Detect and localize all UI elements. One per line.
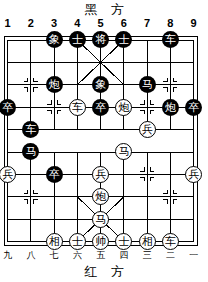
point-file9-rank4 [182,118,205,140]
piece-black-advisor[interactable]: 士 [115,31,132,48]
point-file1-rank0 [0,29,19,51]
point-file2-rank6 [19,163,42,185]
file-numeral-label: 六 [66,249,89,262]
piece-red-horse[interactable]: 马 [115,143,132,160]
point-file6-rank7 [112,186,135,208]
piece-red-king[interactable]: 帅 [92,233,109,250]
piece-red-cannon[interactable]: 炮 [115,99,132,116]
piece-black-cannon[interactable]: 炮 [162,99,179,116]
piece-red-advisor[interactable]: 士 [69,233,86,250]
point-file3-rank7 [43,186,66,208]
piece-black-horse[interactable]: 马 [22,143,39,160]
point-file9-rank5 [182,141,205,163]
piece-red-horse[interactable]: 马 [92,211,109,228]
xiangqi-board-diagram: 黑 方 123456789 象士将士车炮象马卒车卒炮炮卒车兵马马兵卒兵兵炮马相士… [0,0,208,282]
point-file4-rank8 [66,208,89,230]
point-file5-rank2: 象 [89,74,112,96]
point-file5-rank3: 卒 [89,96,112,118]
file-numeral-label: 九 [0,249,19,262]
point-file4-rank2 [66,74,89,96]
point-file8-rank4 [159,118,182,140]
point-file3-rank1 [43,51,66,73]
piece-black-king[interactable]: 将 [92,31,109,48]
file-numeral-label: 三 [136,249,159,262]
point-file4-rank0: 士 [66,29,89,51]
point-file6-rank0: 士 [112,29,135,51]
point-file2-rank1 [19,51,42,73]
point-file2-rank4: 车 [19,118,42,140]
point-file2-rank7 [19,186,42,208]
point-file9-rank7 [182,186,205,208]
file-numbers-bottom: 九八七六五四三二一 [0,249,205,262]
file-numeral-label: 二 [159,249,182,262]
piece-black-elephant[interactable]: 象 [92,76,109,93]
piece-red-pawn[interactable]: 兵 [0,166,16,183]
point-file1-rank4 [0,118,19,140]
point-file3-rank2: 炮 [43,74,66,96]
point-file9-rank8 [182,208,205,230]
piece-black-chariot[interactable]: 车 [22,121,39,138]
board-grid: 象士将士车炮象马卒车卒炮炮卒车兵马马兵卒兵兵炮马相士帅士相车 [0,29,205,253]
point-file5-rank0: 将 [89,29,112,51]
point-file8-rank7 [159,186,182,208]
piece-black-pawn[interactable]: 卒 [0,99,16,116]
point-file4-rank5 [66,141,89,163]
point-file6-rank8 [112,208,135,230]
file-numeral-label: 八 [19,249,42,262]
piece-red-chariot[interactable]: 车 [162,233,179,250]
piece-red-chariot[interactable]: 车 [69,99,86,116]
point-file7-rank7 [136,186,159,208]
piece-red-pawn[interactable]: 兵 [139,121,156,138]
point-file6-rank4 [112,118,135,140]
point-file6-rank3: 炮 [112,96,135,118]
point-file9-rank2 [182,74,205,96]
point-file8-rank6 [159,163,182,185]
point-file9-rank3: 卒 [182,96,205,118]
point-file2-rank2 [19,74,42,96]
point-file2-rank8 [19,208,42,230]
point-file9-rank6: 兵 [182,163,205,185]
point-file8-rank1 [159,51,182,73]
piece-black-pawn[interactable]: 卒 [185,99,202,116]
point-file7-rank8 [136,208,159,230]
piece-black-elephant[interactable]: 象 [46,31,63,48]
point-file3-rank4 [43,118,66,140]
point-file7-rank2: 马 [136,74,159,96]
point-file7-rank1 [136,51,159,73]
point-file3-rank8 [43,208,66,230]
piece-black-chariot[interactable]: 车 [162,31,179,48]
point-file2-rank0 [19,29,42,51]
point-file6-rank6 [112,163,135,185]
red-side-label: 红 方 [0,263,208,281]
point-file4-rank7 [66,186,89,208]
point-file7-rank0 [136,29,159,51]
file-numeral-label: 五 [89,249,112,262]
point-file2-rank3 [19,96,42,118]
file-numeral-label: 七 [43,249,66,262]
piece-red-advisor[interactable]: 士 [115,233,132,250]
point-file7-rank6 [136,163,159,185]
point-file5-rank4 [89,118,112,140]
point-file4-rank3: 车 [66,96,89,118]
piece-black-horse[interactable]: 马 [139,76,156,93]
point-file1-rank3: 卒 [0,96,19,118]
point-file1-rank5 [0,141,19,163]
point-file2-rank5: 马 [19,141,42,163]
point-file8-rank3: 炮 [159,96,182,118]
point-file6-rank2 [112,74,135,96]
point-file6-rank1 [112,51,135,73]
piece-red-pawn[interactable]: 兵 [92,166,109,183]
point-file6-rank5: 马 [112,141,135,163]
point-file5-rank7: 炮 [89,186,112,208]
point-file3-rank5 [43,141,66,163]
piece-black-pawn[interactable]: 卒 [92,99,109,116]
point-file4-rank6 [66,163,89,185]
point-file5-rank8: 马 [89,208,112,230]
point-file5-rank5 [89,141,112,163]
point-file1-rank2 [0,74,19,96]
file-numeral-label: 一 [182,249,205,262]
piece-red-elephant[interactable]: 相 [46,233,63,250]
point-file3-rank0: 象 [43,29,66,51]
point-file8-rank8 [159,208,182,230]
point-file7-rank3 [136,96,159,118]
file-numeral-label: 四 [112,249,135,262]
piece-black-pawn[interactable]: 卒 [46,166,63,183]
point-file7-rank5 [136,141,159,163]
point-file9-rank0 [182,29,205,51]
point-file5-rank6: 兵 [89,163,112,185]
point-file8-rank2 [159,74,182,96]
point-file4-rank4 [66,118,89,140]
piece-red-pawn[interactable]: 兵 [185,166,202,183]
point-file3-rank6: 卒 [43,163,66,185]
point-file1-rank8 [0,208,19,230]
point-file4-rank1 [66,51,89,73]
piece-red-elephant[interactable]: 相 [139,233,156,250]
point-file9-rank1 [182,51,205,73]
point-file7-rank4: 兵 [136,118,159,140]
piece-black-advisor[interactable]: 士 [69,31,86,48]
point-file8-rank5 [159,141,182,163]
point-file1-rank1 [0,51,19,73]
piece-black-cannon[interactable]: 炮 [46,76,63,93]
point-file1-rank6: 兵 [0,163,19,185]
point-file1-rank7 [0,186,19,208]
point-file5-rank1 [89,51,112,73]
piece-red-cannon[interactable]: 炮 [92,188,109,205]
point-file3-rank3 [43,96,66,118]
point-file8-rank0: 车 [159,29,182,51]
